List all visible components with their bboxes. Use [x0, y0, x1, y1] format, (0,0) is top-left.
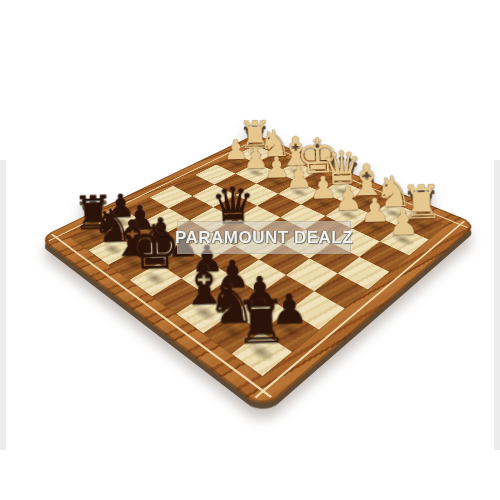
white-pawn-icon: ♟	[372, 205, 435, 241]
watermark: PARAMOUNT DEALZ	[177, 221, 351, 254]
black-rook-icon: ♜	[221, 291, 300, 353]
watermark-text: PARAMOUNT DEALZ	[175, 228, 353, 248]
chess-board: ♜♞♝♛♚♝♞♜♟♟♟♟♟♟♟♟♛♟♟♟♟♟♟♟♟♜♞♝♚♝♞♜	[39, 134, 477, 410]
product-photo-stage: ♜♞♝♛♚♝♞♜♟♟♟♟♟♟♟♟♛♟♟♟♟♟♟♟♟♜♞♝♚♝♞♜ PARAMOU…	[0, 0, 500, 500]
